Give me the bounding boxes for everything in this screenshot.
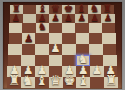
- piece-black-pawn-g7[interactable]: ♟: [91, 13, 100, 23]
- piece-white-pawn-d4[interactable]: ♟: [51, 43, 61, 54]
- square-h4[interactable]: [103, 44, 117, 55]
- piece-white-bishop-c1[interactable]: ♝: [36, 73, 48, 87]
- piece-black-pawn-f7[interactable]: ♟: [77, 13, 86, 23]
- piece-black-pawn-e7[interactable]: ♟: [64, 13, 73, 23]
- square-e4[interactable]: [62, 44, 76, 55]
- square-g6[interactable]: [89, 23, 102, 33]
- chess-app-window: ♜♝♛♚♝♞♜♟♟♟♟♟♟♟♞♟♟♞♟♟♟♟♟♟♟♜♞♝♛♚♝♜: [0, 0, 125, 90]
- square-b7[interactable]: [23, 14, 36, 23]
- square-e5[interactable]: [62, 33, 75, 44]
- rank-row-4: [8, 44, 116, 55]
- square-e6[interactable]: [62, 23, 75, 33]
- piece-white-pawn-g2[interactable]: ♟: [92, 64, 102, 76]
- square-f5[interactable]: [76, 33, 89, 44]
- piece-white-rook-h1[interactable]: ♜: [105, 73, 117, 87]
- square-b8[interactable]: [23, 5, 36, 14]
- square-c4[interactable]: [35, 44, 49, 55]
- piece-white-rook-a1[interactable]: ♜: [8, 73, 20, 87]
- piece-black-pawn-a7[interactable]: ♟: [12, 13, 21, 23]
- square-a5[interactable]: [9, 33, 22, 44]
- square-b4[interactable]: [22, 44, 36, 55]
- square-a6[interactable]: [9, 23, 22, 33]
- square-g4[interactable]: [89, 44, 103, 55]
- square-g1[interactable]: [90, 77, 104, 88]
- piece-white-knight-b1[interactable]: ♞: [22, 73, 34, 87]
- piece-white-king-e1[interactable]: ♚: [63, 73, 75, 87]
- piece-black-knight-c6[interactable]: ♞: [38, 22, 47, 32]
- square-h6[interactable]: [102, 23, 115, 33]
- piece-white-queen-d1[interactable]: ♛: [50, 73, 62, 87]
- piece-black-pawn-h7[interactable]: ♟: [104, 13, 113, 23]
- piece-white-bishop-f1[interactable]: ♝: [77, 73, 89, 87]
- square-g5[interactable]: [89, 33, 102, 44]
- square-a4[interactable]: [8, 44, 22, 55]
- square-d3[interactable]: [49, 55, 63, 66]
- piece-black-pawn-d7[interactable]: ♟: [51, 13, 60, 23]
- square-h5[interactable]: [102, 33, 115, 44]
- piece-black-pawn-b5[interactable]: ♟: [24, 32, 33, 43]
- square-d6[interactable]: [49, 23, 62, 33]
- square-c5[interactable]: [35, 33, 48, 44]
- square-f6[interactable]: [75, 23, 88, 33]
